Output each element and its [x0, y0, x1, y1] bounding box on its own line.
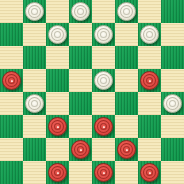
- square-r7c4[interactable]: [92, 161, 115, 184]
- square-r0c2: [46, 0, 69, 23]
- square-r2c5[interactable]: [115, 46, 138, 69]
- white-checker[interactable]: [25, 94, 44, 113]
- square-r3c5: [115, 69, 138, 92]
- square-r3c2[interactable]: [46, 69, 69, 92]
- red-checker[interactable]: [48, 117, 67, 136]
- red-checker[interactable]: [48, 163, 67, 182]
- square-r6c7[interactable]: [161, 138, 184, 161]
- white-checker[interactable]: [140, 25, 159, 44]
- square-r3c7: [161, 69, 184, 92]
- square-r4c4: [92, 92, 115, 115]
- square-r6c2: [46, 138, 69, 161]
- square-r7c3: [69, 161, 92, 184]
- square-r7c1: [23, 161, 46, 184]
- square-r1c3: [69, 23, 92, 46]
- square-r5c7: [161, 115, 184, 138]
- square-r6c3[interactable]: [69, 138, 92, 161]
- square-r6c0: [0, 138, 23, 161]
- square-r0c6: [138, 0, 161, 23]
- square-r3c6[interactable]: [138, 69, 161, 92]
- square-r0c1[interactable]: [23, 0, 46, 23]
- square-r5c5: [115, 115, 138, 138]
- square-r2c4: [92, 46, 115, 69]
- square-r2c3[interactable]: [69, 46, 92, 69]
- white-checker[interactable]: [48, 25, 67, 44]
- square-r4c0: [0, 92, 23, 115]
- square-r1c5: [115, 23, 138, 46]
- red-checker[interactable]: [117, 140, 136, 159]
- square-r2c0: [0, 46, 23, 69]
- square-r0c0: [0, 0, 23, 23]
- white-checker[interactable]: [117, 2, 136, 21]
- square-r1c7: [161, 23, 184, 46]
- red-checker[interactable]: [140, 163, 159, 182]
- square-r7c2[interactable]: [46, 161, 69, 184]
- white-checker[interactable]: [71, 2, 90, 21]
- square-r5c0[interactable]: [0, 115, 23, 138]
- white-checker[interactable]: [94, 71, 113, 90]
- white-checker[interactable]: [25, 2, 44, 21]
- square-r0c3[interactable]: [69, 0, 92, 23]
- square-r4c3[interactable]: [69, 92, 92, 115]
- red-checker[interactable]: [140, 71, 159, 90]
- square-r1c1: [23, 23, 46, 46]
- square-r7c5: [115, 161, 138, 184]
- white-checker[interactable]: [94, 25, 113, 44]
- square-r2c1[interactable]: [23, 46, 46, 69]
- square-r6c5[interactable]: [115, 138, 138, 161]
- square-r6c4: [92, 138, 115, 161]
- white-checker[interactable]: [163, 94, 182, 113]
- square-r5c1: [23, 115, 46, 138]
- square-r4c7[interactable]: [161, 92, 184, 115]
- square-r4c2: [46, 92, 69, 115]
- square-r7c6[interactable]: [138, 161, 161, 184]
- square-r1c0[interactable]: [0, 23, 23, 46]
- square-r5c3: [69, 115, 92, 138]
- square-r0c7[interactable]: [161, 0, 184, 23]
- square-r3c3: [69, 69, 92, 92]
- square-r3c4[interactable]: [92, 69, 115, 92]
- square-r3c0[interactable]: [0, 69, 23, 92]
- square-r6c1[interactable]: [23, 138, 46, 161]
- square-r1c6[interactable]: [138, 23, 161, 46]
- square-r7c7: [161, 161, 184, 184]
- square-r4c5[interactable]: [115, 92, 138, 115]
- red-checker[interactable]: [2, 71, 21, 90]
- square-r2c6: [138, 46, 161, 69]
- square-r0c4: [92, 0, 115, 23]
- square-r4c6: [138, 92, 161, 115]
- square-r1c4[interactable]: [92, 23, 115, 46]
- red-checker[interactable]: [94, 117, 113, 136]
- square-r5c6[interactable]: [138, 115, 161, 138]
- square-r4c1[interactable]: [23, 92, 46, 115]
- square-r1c2[interactable]: [46, 23, 69, 46]
- square-r3c1: [23, 69, 46, 92]
- square-r5c2[interactable]: [46, 115, 69, 138]
- checkers-board: [0, 0, 184, 184]
- red-checker[interactable]: [71, 140, 90, 159]
- red-checker[interactable]: [94, 163, 113, 182]
- square-r7c0[interactable]: [0, 161, 23, 184]
- square-r0c5[interactable]: [115, 0, 138, 23]
- square-r5c4[interactable]: [92, 115, 115, 138]
- square-r6c6: [138, 138, 161, 161]
- square-r2c2: [46, 46, 69, 69]
- square-r2c7[interactable]: [161, 46, 184, 69]
